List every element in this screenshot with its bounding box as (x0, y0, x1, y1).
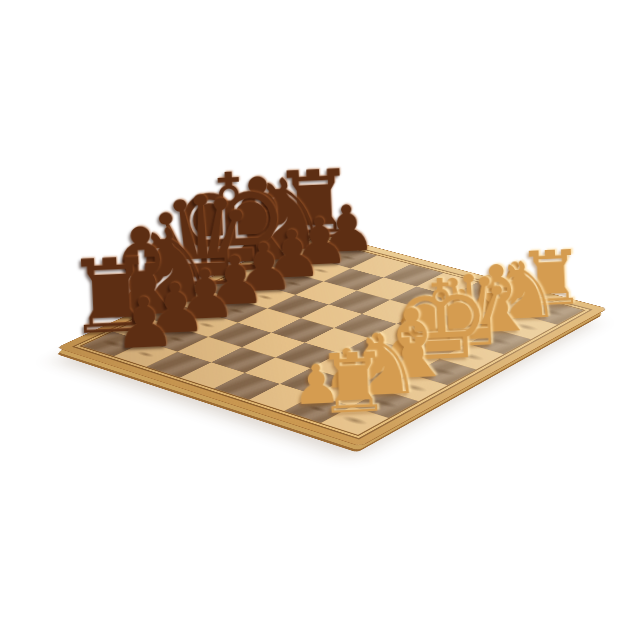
pawn-glyph: ♟ (112, 287, 177, 359)
photo-scene: ♜♟♟♜♞♟♟♞♝♟♟♝♚♟♟♛♛♟♟♚♞♟♟♝♝♟♟♞♜♟♟♜ (0, 0, 635, 635)
chess-board: ♜♟♟♜♞♟♟♞♝♟♟♝♚♟♟♛♛♟♟♚♞♟♟♝♝♟♟♞♜♟♟♜ (82, 239, 583, 435)
square-h1[interactable]: ♜ (321, 406, 389, 435)
board-3d: ♜♟♟♜♞♟♟♞♝♟♟♝♚♟♟♛♛♟♟♚♞♟♟♝♝♟♟♞♜♟♟♜ (58, 231, 607, 446)
square-h7[interactable]: ♟ (114, 341, 178, 366)
rook-glyph: ♜ (315, 341, 392, 426)
board-frame: ♜♟♟♜♞♟♟♞♝♟♟♝♚♟♟♛♛♟♟♚♞♟♟♝♝♟♟♞♜♟♟♜ (58, 231, 607, 446)
